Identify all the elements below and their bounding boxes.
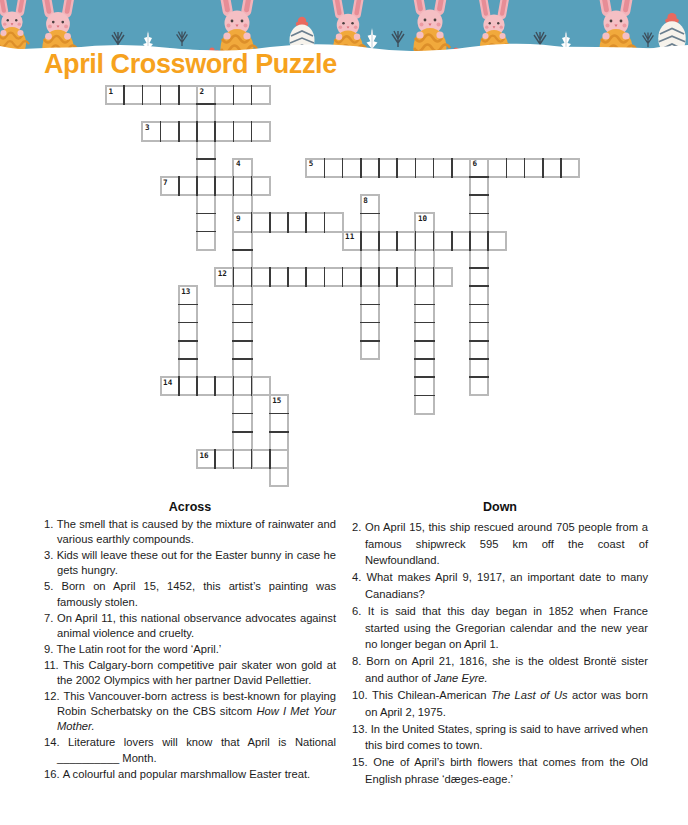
cell-divider — [451, 158, 453, 178]
cell-divider — [342, 267, 344, 287]
clue-number-cell-label: 10 — [418, 215, 427, 223]
cell-divider — [196, 103, 216, 105]
clue-text: What makes April 9, 1917, an important d… — [365, 571, 648, 600]
word-block-4-down — [232, 158, 252, 469]
cell-divider — [269, 267, 271, 287]
cell-divider — [469, 304, 489, 306]
cell-divider — [542, 158, 544, 178]
cell-divider — [433, 267, 435, 287]
clue-number-cell-label: 3 — [145, 124, 150, 132]
clue-number: 12. — [44, 690, 60, 702]
clue-item-5: 5. Born on April 15, 1452, this artist’s… — [44, 579, 336, 610]
cell-divider — [160, 121, 162, 141]
cell-divider — [233, 121, 235, 141]
cell-divider — [160, 85, 162, 105]
cell-divider — [415, 231, 417, 251]
cell-divider — [269, 413, 289, 415]
cell-divider — [469, 358, 489, 360]
cell-divider — [433, 231, 435, 251]
cell-divider — [451, 231, 453, 251]
cell-divider — [414, 322, 434, 324]
word-block-9-across — [232, 212, 343, 232]
cell-divider — [196, 176, 198, 196]
clue-item-1: 1. The smell that is caused by the mixtu… — [44, 517, 336, 548]
clue-number: 10. — [352, 689, 368, 701]
word-block-7-across — [160, 176, 271, 196]
cell-divider — [233, 267, 235, 287]
clue-number-cell-label: 14 — [163, 379, 172, 387]
clue-number-cell-label: 6 — [473, 160, 478, 168]
cell-divider — [178, 340, 198, 342]
clue-item-16: 16. A colourful and popular marshmallow … — [44, 767, 336, 782]
down-clues-column: Down 2. On April 15, this ship rescued a… — [352, 500, 648, 788]
cell-divider — [360, 158, 362, 178]
cell-divider — [433, 158, 435, 178]
clue-number-cell-label: 7 — [163, 179, 168, 187]
cell-divider — [396, 231, 398, 251]
cell-divider — [487, 231, 489, 251]
cell-divider — [414, 340, 434, 342]
cell-divider — [214, 121, 216, 141]
cell-divider — [178, 322, 198, 324]
across-clue-list: 1. The smell that is caused by the mixtu… — [44, 517, 336, 782]
clue-text: Kids will leave these out for the Easter… — [57, 549, 336, 576]
clue-item-15: 15. One of April’s birth flowers that co… — [352, 754, 648, 787]
clue-item-12: 12. This Vancouver-born actress is best-… — [44, 689, 336, 735]
clue-number-cell-label: 11 — [345, 233, 354, 241]
clue-number-cell-label: 2 — [200, 88, 205, 96]
cell-divider — [214, 376, 216, 396]
clue-number: 2. — [352, 521, 361, 533]
cell-divider — [469, 194, 489, 196]
cell-divider — [251, 449, 253, 469]
word-block-11-across — [342, 231, 508, 251]
cell-divider — [378, 267, 380, 287]
cell-divider — [178, 176, 180, 196]
word-block-5-across — [305, 158, 580, 178]
clue-number-cell-label: 16 — [200, 452, 209, 460]
cell-divider — [469, 231, 471, 251]
cell-divider — [178, 358, 198, 360]
clue-item-14: 14. Literature lovers will know that Apr… — [44, 735, 336, 766]
cell-divider — [178, 85, 180, 105]
cell-divider — [251, 85, 253, 105]
cell-divider — [233, 176, 235, 196]
clue-number-cell-label: 8 — [363, 197, 368, 205]
cell-divider — [232, 358, 252, 360]
cell-divider — [415, 158, 417, 178]
clue-number: 5. — [44, 580, 53, 592]
down-header: Down — [352, 500, 648, 514]
cell-divider — [287, 212, 289, 232]
word-block-2-down — [196, 85, 216, 251]
across-header: Across — [44, 500, 336, 514]
cell-divider — [469, 340, 489, 342]
cell-divider — [178, 304, 198, 306]
word-block-12-across — [214, 267, 453, 287]
across-clues-column: Across 1. The smell that is caused by th… — [44, 500, 336, 782]
cell-divider — [196, 121, 198, 141]
clue-text: On April 11, this national observance ad… — [57, 612, 336, 639]
cell-divider — [360, 267, 362, 287]
cell-divider — [414, 304, 434, 306]
clue-number-cell-label: 5 — [309, 160, 314, 168]
cell-divider — [469, 267, 489, 269]
clue-number: 4. — [352, 571, 361, 583]
clue-number: 1. — [44, 518, 53, 530]
cell-divider — [469, 376, 489, 378]
clue-item-8: 8. Born on April 21, 1816, she is the ol… — [352, 653, 648, 686]
clue-text: In the United States, spring is said to … — [365, 723, 648, 752]
clue-text: One of April’s birth flowers that comes … — [365, 756, 648, 785]
clue-text: Born on April 21, 1816, she is the oldes… — [365, 655, 648, 684]
cell-divider — [360, 340, 380, 342]
word-block-3-across — [141, 121, 270, 141]
cell-divider — [214, 449, 216, 469]
cell-divider — [251, 176, 253, 196]
cell-divider — [396, 158, 398, 178]
clue-number-cell-label: 1 — [109, 88, 114, 96]
cell-divider — [232, 322, 252, 324]
cell-divider — [506, 158, 508, 178]
cell-divider — [469, 176, 489, 178]
cell-divider — [414, 376, 434, 378]
clue-item-2: 2. On April 15, this ship rescued around… — [352, 519, 648, 569]
cell-divider — [196, 158, 216, 160]
cell-divider — [469, 285, 489, 287]
cell-divider — [251, 267, 253, 287]
clue-number: 9. — [44, 643, 53, 655]
cell-divider — [324, 267, 326, 287]
cell-divider — [232, 413, 252, 415]
word-block-13-down — [178, 285, 198, 378]
crossword-grid: 12345678910111213141516 — [106, 86, 586, 491]
cell-divider — [178, 121, 180, 141]
clue-number: 15. — [352, 756, 368, 768]
clue-number-cell-label: 4 — [236, 160, 241, 168]
clue-number-cell-label: 12 — [218, 270, 227, 278]
word-block-14-across — [160, 376, 271, 396]
cell-divider — [251, 212, 253, 232]
clue-item-9: 9. The Latin root for the word ‘April.’ — [44, 642, 336, 657]
clue-item-3: 3. Kids will leave these out for the Eas… — [44, 548, 336, 579]
clue-number: 14. — [44, 736, 60, 748]
clue-text: A colourful and popular marshmallow East… — [63, 768, 311, 780]
cell-divider — [251, 121, 253, 141]
cell-divider — [269, 449, 271, 469]
clue-item-6: 6. It is said that this day began in 185… — [352, 603, 648, 653]
clue-text: This Chilean-American — [372, 689, 491, 701]
cell-divider — [415, 267, 417, 287]
cell-divider — [142, 85, 144, 105]
clue-item-7: 7. On April 11, this national observance… — [44, 611, 336, 642]
word-block-16-across — [196, 449, 289, 469]
down-clue-list: 2. On April 15, this ship rescued around… — [352, 519, 648, 788]
clue-text: Literature lovers will know that April i… — [57, 736, 336, 763]
cell-divider — [414, 358, 434, 360]
clue-number-cell-label: 13 — [181, 288, 190, 296]
cell-divider — [360, 213, 380, 215]
cell-divider — [560, 158, 562, 178]
cell-divider — [524, 158, 526, 178]
cell-divider — [287, 267, 289, 287]
word-block-15-down — [269, 394, 289, 487]
cell-divider — [196, 213, 216, 215]
cell-divider — [269, 431, 289, 433]
clue-number-cell-label: 15 — [272, 397, 281, 405]
cell-divider — [378, 231, 380, 251]
clue-text: The Latin root for the word ‘April.’ — [56, 643, 221, 655]
clue-item-10: 10. This Chilean-American The Last of Us… — [352, 687, 648, 720]
cell-divider — [196, 231, 216, 233]
cell-divider — [305, 212, 307, 232]
cell-divider — [233, 85, 235, 105]
cell-divider — [378, 158, 380, 178]
cell-divider — [324, 212, 326, 232]
word-block-1-across — [105, 85, 271, 105]
cell-divider — [232, 249, 252, 251]
cell-divider — [360, 231, 362, 251]
cell-divider — [324, 158, 326, 178]
clue-item-13: 13. In the United States, spring is said… — [352, 721, 648, 754]
word-block-6-down — [469, 158, 489, 397]
printable-crossword-page: April Crossword Puzzle 12345678910111213… — [0, 0, 688, 825]
cell-divider — [178, 376, 180, 396]
clue-text: This Calgary-born competitive pair skate… — [57, 659, 336, 686]
clue-text: On April 15, this ship rescued around 70… — [365, 521, 648, 566]
cell-divider — [360, 322, 380, 324]
clue-text: Born on April 15, 1452, this artist’s pa… — [57, 580, 336, 607]
cell-divider — [469, 213, 489, 215]
clue-text: It is said that this day began in 1852 w… — [365, 605, 648, 650]
clue-title-italic: Jane Eyre. — [434, 672, 487, 684]
cell-divider — [123, 85, 125, 105]
cell-divider — [196, 376, 198, 396]
clue-number: 16. — [44, 768, 60, 780]
cell-divider — [469, 322, 489, 324]
clue-number: 8. — [352, 655, 361, 667]
cell-divider — [214, 176, 216, 196]
cell-divider — [269, 212, 271, 232]
clue-item-11: 11. This Calgary-born competitive pair s… — [44, 658, 336, 689]
clue-item-4: 4. What makes April 9, 1917, an importan… — [352, 569, 648, 602]
cell-divider — [305, 267, 307, 287]
cell-divider — [251, 376, 253, 396]
clue-number: 3. — [44, 549, 53, 561]
cell-divider — [232, 304, 252, 306]
cell-divider — [414, 395, 434, 397]
clue-text: The smell that is caused by the mixture … — [57, 518, 336, 545]
cell-divider — [360, 304, 380, 306]
cell-divider — [342, 158, 344, 178]
page-title: April Crossword Puzzle — [44, 49, 337, 80]
cell-divider — [232, 340, 252, 342]
clue-number: 11. — [44, 659, 59, 671]
cell-divider — [232, 431, 252, 433]
cell-divider — [233, 376, 235, 396]
clue-number: 13. — [352, 723, 368, 735]
cell-divider — [396, 267, 398, 287]
clue-title-italic: The Last of Us — [491, 689, 568, 701]
clue-number: 7. — [44, 612, 53, 624]
cell-divider — [233, 449, 235, 469]
clue-number: 6. — [352, 605, 361, 617]
clue-number-cell-label: 9 — [236, 215, 241, 223]
